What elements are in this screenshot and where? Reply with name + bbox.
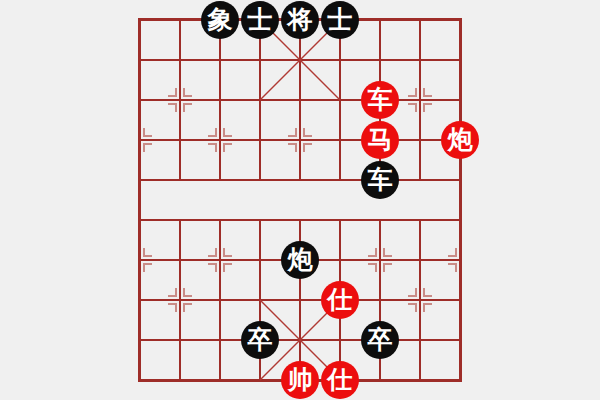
piece-black-general[interactable]: 将 bbox=[281, 1, 319, 39]
piece-black-cannon[interactable]: 炮 bbox=[281, 241, 319, 279]
piece-red-general[interactable]: 帅 bbox=[281, 361, 319, 399]
piece-black-elephant[interactable]: 象 bbox=[201, 1, 239, 39]
piece-black-soldier[interactable]: 卒 bbox=[241, 321, 279, 359]
piece-red-chariot[interactable]: 车 bbox=[361, 81, 399, 119]
piece-black-advisor[interactable]: 士 bbox=[321, 1, 359, 39]
piece-red-horse[interactable]: 马 bbox=[361, 121, 399, 159]
xiangqi-board: 象士将士车马炮车炮仕卒卒帅仕 bbox=[0, 0, 600, 400]
piece-red-advisor[interactable]: 仕 bbox=[321, 361, 359, 399]
piece-black-soldier[interactable]: 卒 bbox=[361, 321, 399, 359]
piece-red-cannon[interactable]: 炮 bbox=[441, 121, 479, 159]
piece-red-advisor[interactable]: 仕 bbox=[321, 281, 359, 319]
piece-black-chariot[interactable]: 车 bbox=[361, 161, 399, 199]
piece-layer: 象士将士车马炮车炮仕卒卒帅仕 bbox=[0, 0, 600, 400]
piece-black-advisor[interactable]: 士 bbox=[241, 1, 279, 39]
